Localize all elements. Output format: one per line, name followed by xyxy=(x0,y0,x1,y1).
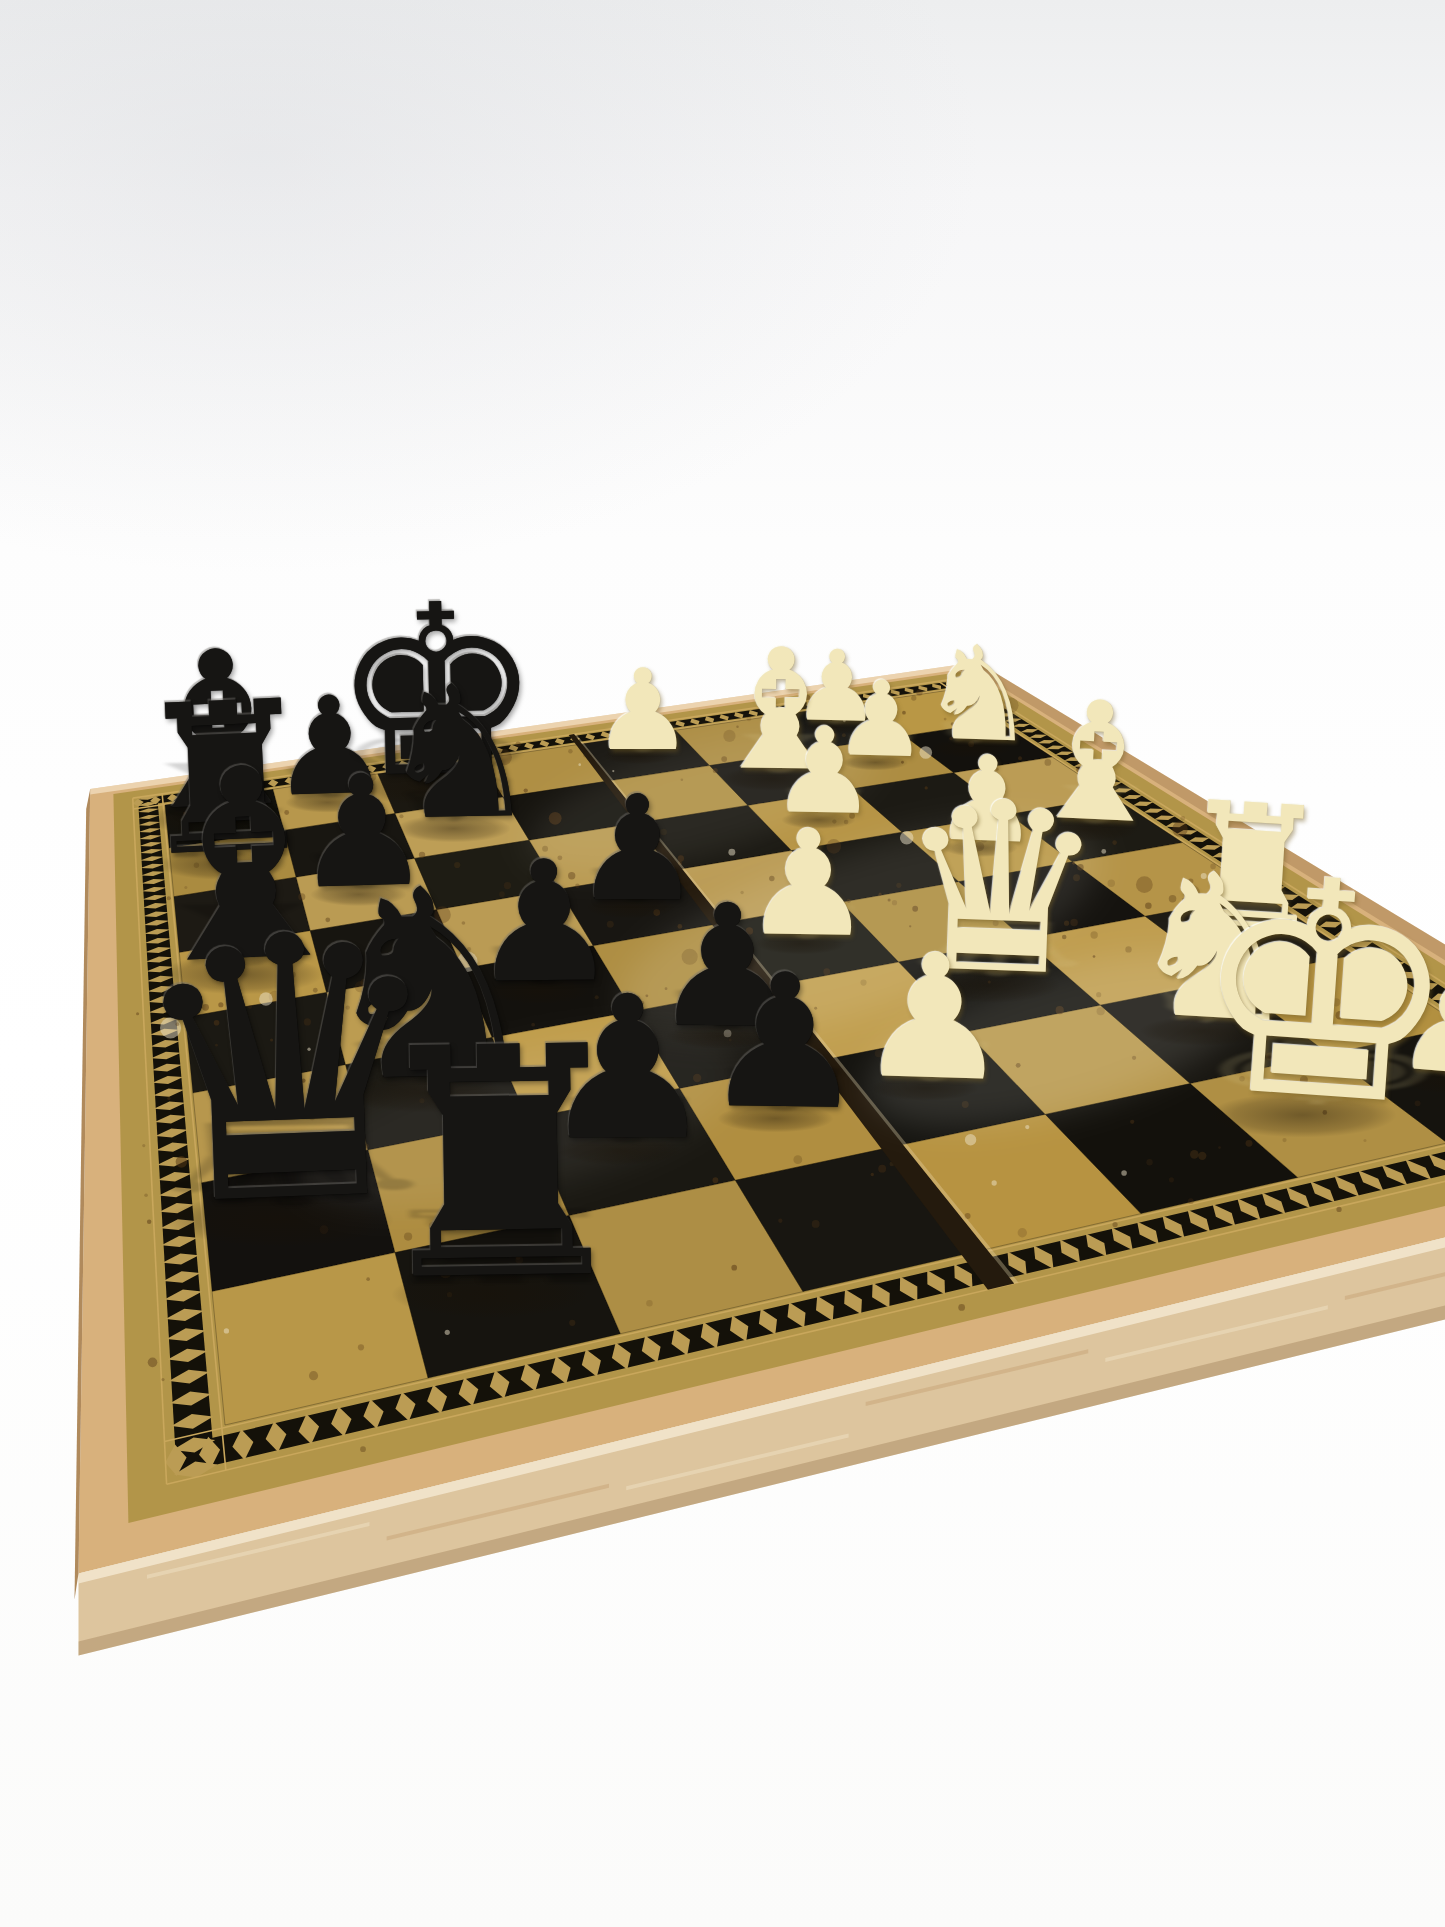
photo-scene: ♝♝♟♟♚♚♟♟♟♟♜♜♞♞♝♝♟♟♞♞♟♟♟♟♝♝♟♟♟♟♝♝♟♟♟♟♞♞♟♟… xyxy=(0,0,1445,1927)
pieces-layer: ♝♝♟♟♚♚♟♟♟♟♜♜♞♞♝♝♟♟♞♞♟♟♟♟♝♝♟♟♟♟♝♝♟♟♟♟♞♞♟♟… xyxy=(0,0,1445,1927)
